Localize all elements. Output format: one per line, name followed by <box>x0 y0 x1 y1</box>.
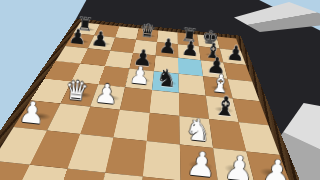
chess-3d-scene: ♜♛♜♚♟♟♟♟♝♟♟♟♟♞♝♛♟♝♟♞♟♟♟♜♚♝♜ <box>0 0 320 180</box>
piece-white-pawn[interactable]: ♟ <box>14 91 51 130</box>
square-d5[interactable]: ♟ <box>125 69 154 90</box>
square-e4[interactable] <box>150 90 180 116</box>
square-d8[interactable]: ♛ <box>136 28 158 42</box>
piece-white-rook[interactable]: ♜ <box>94 172 142 180</box>
piece-black-pawn[interactable]: ♟ <box>65 22 90 49</box>
piece-white-pawn[interactable]: ♟ <box>218 144 260 180</box>
piece-black-knight[interactable]: ♞ <box>152 61 182 93</box>
piece-black-pawn[interactable]: ♟ <box>156 31 181 58</box>
square-d4[interactable] <box>120 87 152 113</box>
piece-white-pawn[interactable]: ♟ <box>90 75 123 110</box>
square-e2[interactable] <box>143 141 181 180</box>
square-e7[interactable]: ♟ <box>156 42 179 58</box>
square-c4[interactable]: ♟ <box>90 84 125 109</box>
square-f7[interactable]: ♟ <box>178 44 201 60</box>
piece-white-pawn[interactable]: ♟ <box>181 140 223 180</box>
square-e3[interactable] <box>147 113 180 145</box>
piece-black-pawn[interactable]: ♟ <box>88 24 113 51</box>
piece-white-pawn[interactable]: ♟ <box>125 58 155 90</box>
piece-black-queen[interactable]: ♛ <box>136 17 159 42</box>
piece-black-pawn[interactable]: ♟ <box>178 33 203 60</box>
square-f2[interactable]: ♟ <box>180 144 218 180</box>
square-e5[interactable]: ♞ <box>152 71 179 93</box>
square-f5[interactable] <box>179 74 206 96</box>
square-d2[interactable] <box>105 137 146 176</box>
square-d3[interactable] <box>113 110 149 141</box>
piece-white-queen[interactable]: ♛ <box>60 71 93 106</box>
piece-white-pawn[interactable]: ♟ <box>256 148 298 180</box>
